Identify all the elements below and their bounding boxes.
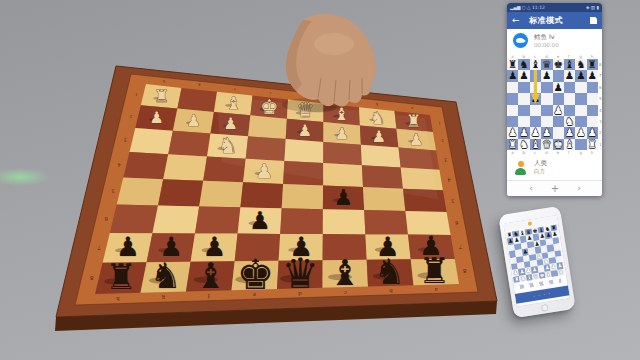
human-avatar xyxy=(513,159,528,174)
rank-label: 8 xyxy=(599,62,602,67)
signal-icons: ▂▄▆ ◻ △ xyxy=(510,5,530,10)
bottom-nav: ‹ + › xyxy=(507,180,602,196)
human-row: 人类 白方 xyxy=(507,155,602,179)
rank-label: 3 xyxy=(599,119,602,124)
status-bar: ▂▄▆ ◻ △ 11:12 ◈ ▥ ▮ xyxy=(507,3,602,12)
status-right-icons: ◈ ▥ ▮ xyxy=(586,3,599,12)
rank-label: 6 xyxy=(599,85,602,90)
phone-screen: ♜♞♝♛♚♝♞♜♟♟♟♟♟♟♟♟♟♞♟♟♟♟♟♟♟♜♞♝♛♚♝♜ · · · · xyxy=(504,215,570,306)
rank-label: 5 xyxy=(599,96,602,101)
save-icon[interactable] xyxy=(590,17,597,24)
rank-label: 4 xyxy=(599,108,602,113)
opponent-info: 00:00:00 xyxy=(534,42,559,48)
phone-mini-chessboard: ♜♞♝♛♚♝♞♜♟♟♟♟♟♟♟♟♟♞♟♟♟♟♟♟♟♜♞♝♛♚♝♜ xyxy=(506,224,565,283)
mini-cell: ♜ xyxy=(557,269,564,276)
person-body-icon xyxy=(515,168,526,175)
nav-next-button[interactable]: › xyxy=(569,181,589,196)
back-arrow-icon[interactable]: ← xyxy=(512,12,520,29)
app-chessboard[interactable]: ♜♞♝♛♚♝♞♜♟♟♟♟♟♟♟♟♟♞♟♟♟♟♟♟♟♜♞♝♛♚♝♜87654321 xyxy=(507,59,602,150)
phone-home-button xyxy=(540,304,548,312)
app-bar: ← 标准模式 xyxy=(507,12,602,29)
app-title: 标准模式 xyxy=(529,12,563,29)
rank-label: 2 xyxy=(599,130,602,135)
opponent-name: 鳕鱼 lv xyxy=(534,33,555,42)
rank-label: 1 xyxy=(599,142,602,147)
opponent-avatar xyxy=(513,33,528,48)
rank-label: 7 xyxy=(599,73,602,78)
person-icon xyxy=(518,161,524,167)
human-name: 人类 xyxy=(534,159,547,168)
chess-app-inset: ▂▄▆ ◻ △ 11:12 ◈ ▥ ▮ ← 标准模式 鳕鱼 lv 00:00:0… xyxy=(507,3,602,196)
nav-add-button[interactable]: + xyxy=(545,181,565,196)
opponent-row: 鳕鱼 lv 00:00:00 xyxy=(507,29,602,54)
nav-prev-button[interactable]: ‹ xyxy=(521,181,541,196)
human-info: 白方 xyxy=(534,168,545,175)
last-move-arrow xyxy=(507,59,598,150)
status-time: 11:12 xyxy=(532,5,545,10)
fish-icon xyxy=(516,38,524,43)
